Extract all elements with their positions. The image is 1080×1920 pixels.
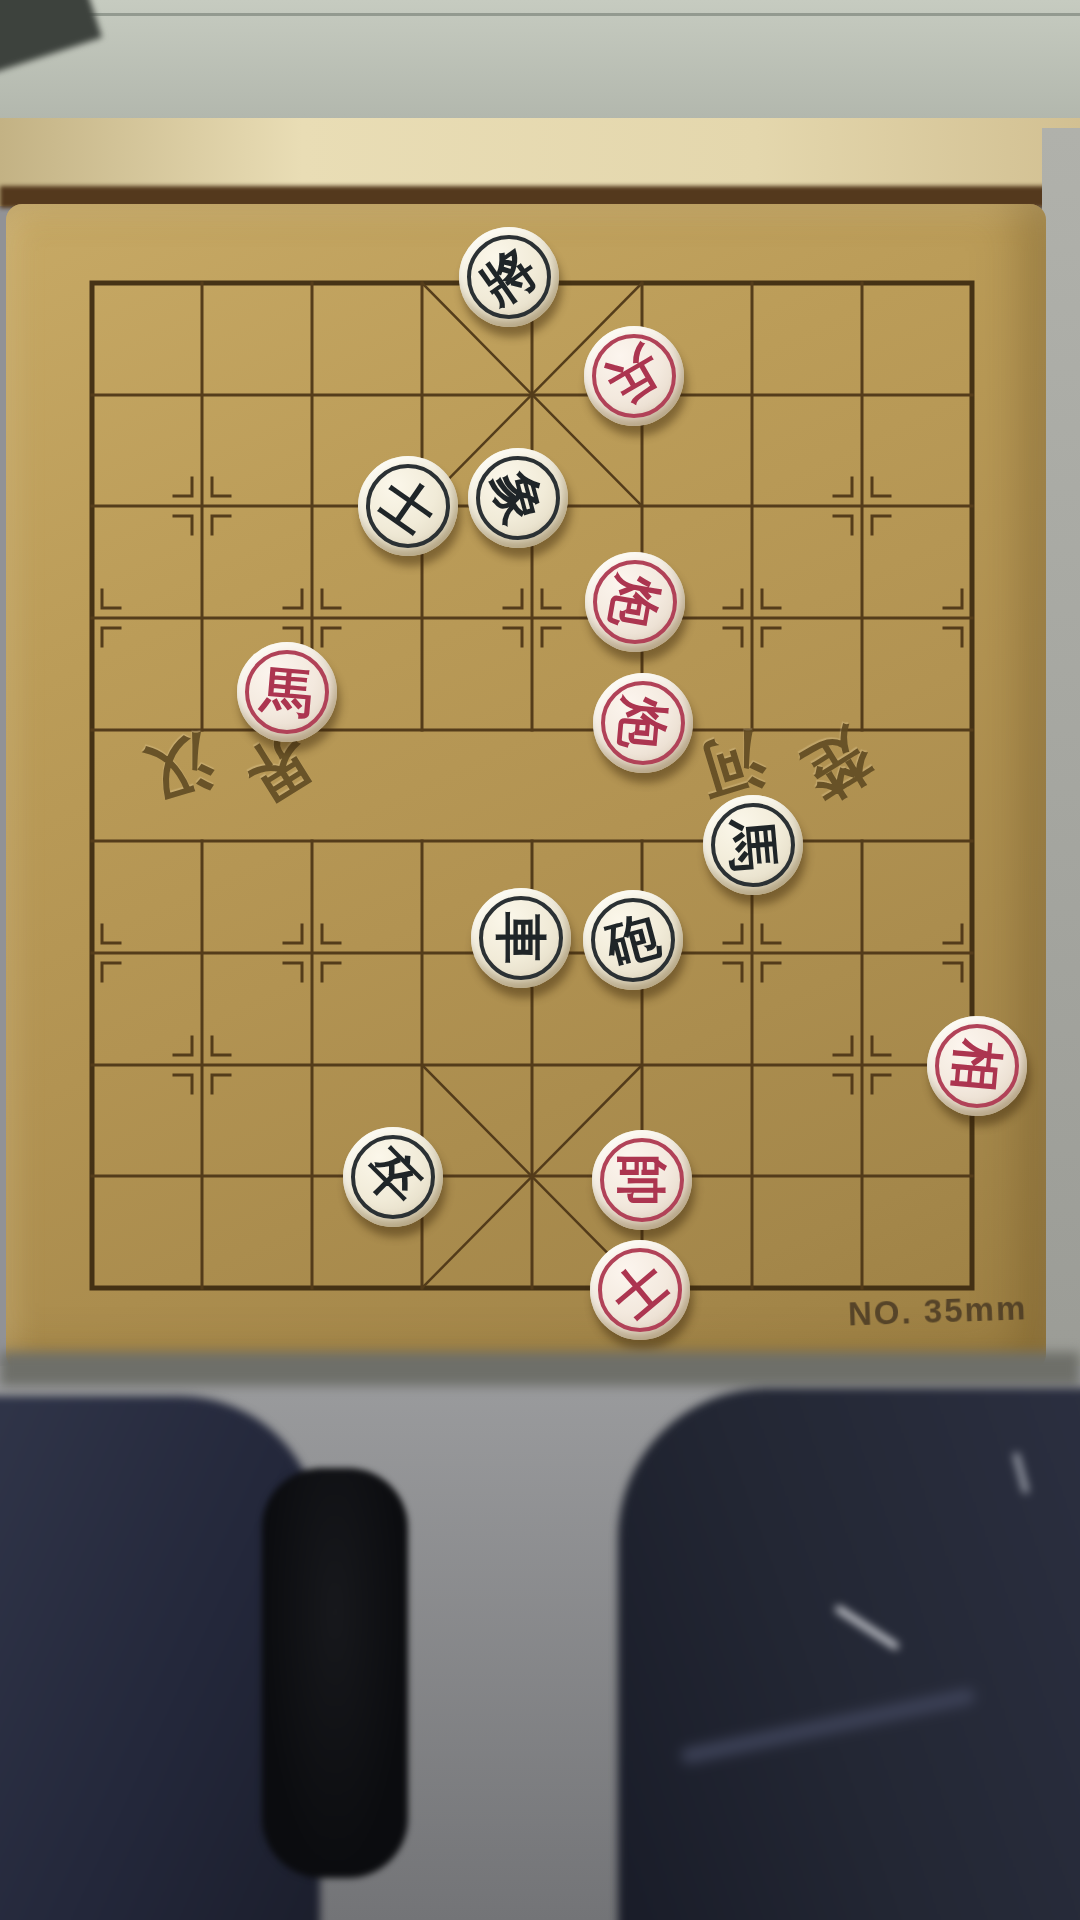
jeans-fold — [680, 1687, 977, 1765]
piece-red-horse[interactable]: 馬 — [237, 642, 337, 742]
jeans-seam-highlight-2 — [1013, 1452, 1030, 1494]
piece-glyph: 帥 — [592, 1130, 692, 1230]
piece-glyph: 兵 — [566, 307, 703, 444]
piece-glyph: 相 — [923, 1011, 1031, 1119]
piece-red-cannon-a[interactable]: 炮 — [585, 552, 685, 652]
piece-glyph: 砲 — [572, 879, 694, 1001]
piece-glyph: 象 — [457, 437, 579, 559]
player-right-leg — [618, 1388, 1080, 1920]
mat-bottom-shadow — [0, 1352, 1080, 1386]
piece-glyph: 士 — [570, 1220, 711, 1361]
piece-red-cannon-b[interactable]: 炮 — [593, 673, 693, 773]
piece-black-chariot[interactable]: 車 — [471, 888, 571, 988]
piece-black-soldier[interactable]: 卒 — [343, 1127, 443, 1227]
piece-red-soldier[interactable]: 兵 — [584, 326, 684, 426]
piece-black-elephant[interactable]: 象 — [468, 448, 568, 548]
piece-glyph: 卒 — [322, 1107, 463, 1248]
piece-black-horse[interactable]: 馬 — [703, 795, 803, 895]
piece-glyph: 士 — [338, 437, 477, 576]
piece-red-general[interactable]: 帥 — [592, 1130, 692, 1230]
piece-glyph: 馬 — [699, 791, 807, 899]
table-right-gap — [1042, 128, 1080, 1388]
piece-black-advisor[interactable]: 士 — [358, 456, 458, 556]
piece-glyph: 炮 — [589, 668, 697, 776]
photo-scene: 汉 界 河 楚 NO. 35mm 將兵士象炮馬炮馬車砲相卒帥士 — [0, 0, 1080, 1920]
dark-object-shoe — [262, 1468, 408, 1878]
piece-red-advisor[interactable]: 士 — [590, 1240, 690, 1340]
piece-glyph: 炮 — [577, 544, 693, 660]
wall-seam-line — [0, 13, 1080, 16]
piece-glyph: 馬 — [233, 637, 341, 745]
piece-glyph: 將 — [439, 207, 578, 346]
piece-red-elephant[interactable]: 相 — [927, 1016, 1027, 1116]
piece-black-cannon[interactable]: 砲 — [583, 890, 683, 990]
background-wall — [0, 0, 1080, 132]
jeans-seam-highlight — [834, 1604, 900, 1650]
piece-black-general[interactable]: 將 — [459, 227, 559, 327]
board-intersections-grid[interactable]: 將兵士象炮馬炮馬車砲相卒帥士 — [37, 227, 1027, 1344]
piece-glyph: 車 — [471, 888, 571, 988]
